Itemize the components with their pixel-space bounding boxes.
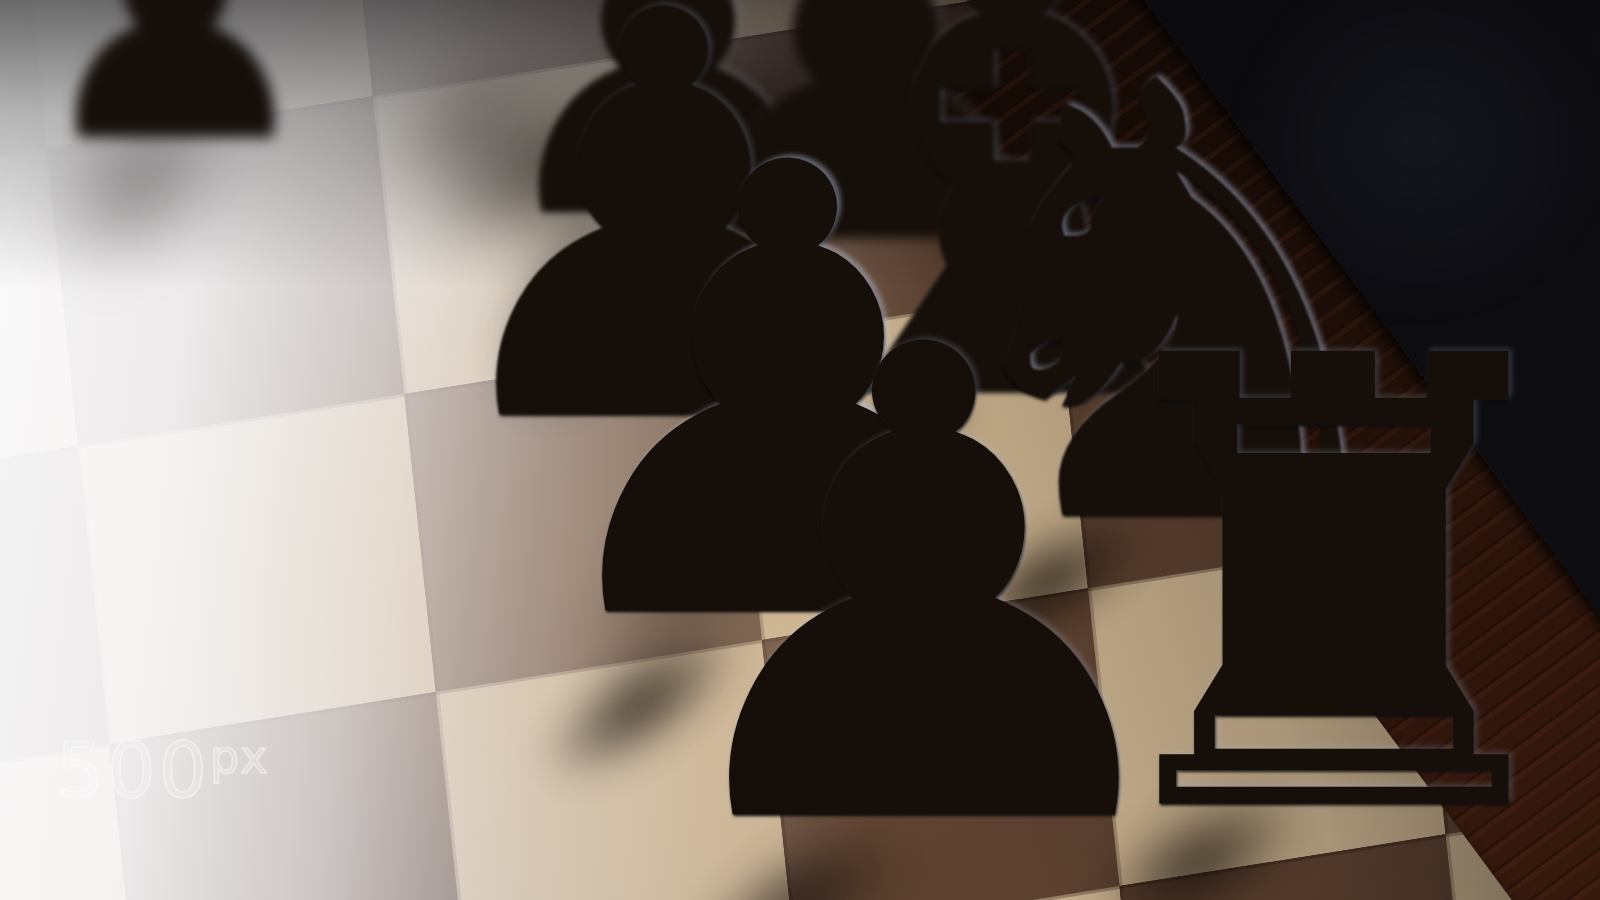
board-square: [78, 394, 436, 744]
watermark-main: 500: [56, 726, 210, 815]
black-pawn-b7: ♟: [27, 0, 323, 170]
watermark-sub: px: [210, 730, 268, 784]
black-rook-h8: ♜: [1056, 310, 1600, 868]
chess-photo-scene: ♟♟♟♟♝♞♟♟♜ 500px: [0, 0, 1600, 900]
watermark-500px: 500px: [56, 726, 268, 815]
